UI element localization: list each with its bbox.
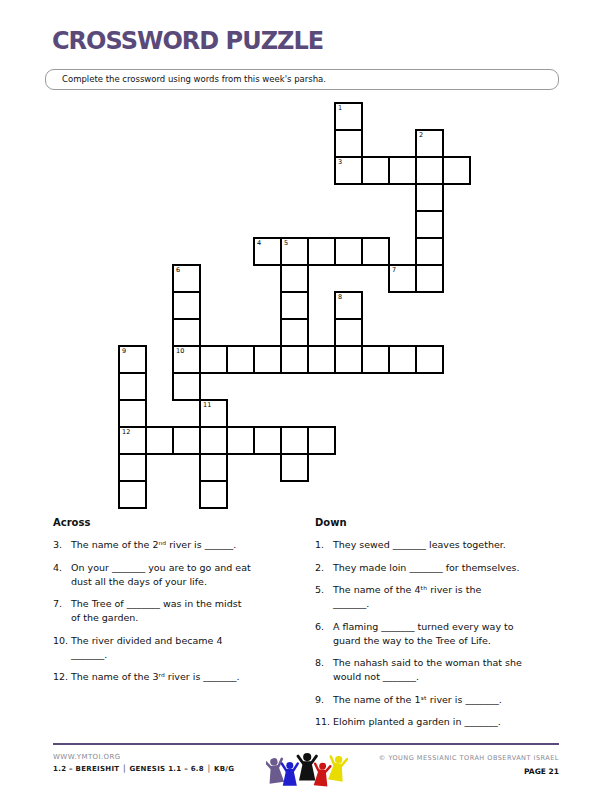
grid-cell-6-8[interactable] bbox=[280, 318, 309, 347]
clue-number: 10. bbox=[53, 634, 71, 662]
footer-left: WWW.YMTOI.ORG 1.2 – BEREISHIT │ GENESIS … bbox=[53, 753, 234, 773]
grid-cell-8-8[interactable] bbox=[334, 318, 363, 347]
grid-cell-11-5[interactable] bbox=[415, 237, 444, 266]
across-header: Across bbox=[53, 517, 308, 528]
grid-cell-11-9[interactable] bbox=[415, 345, 444, 374]
cell-number-2: 2 bbox=[419, 131, 423, 139]
clue-down-2: 2.They made loin _______ for themselves. bbox=[315, 561, 565, 575]
across-clues-section: Across 3.The name of the 2ⁿᵈ river is __… bbox=[53, 517, 308, 693]
dancer-figure-blue bbox=[282, 762, 298, 786]
copyright-text: © YOUNG MESSIANIC TORAH OBSERVANT ISRAEL bbox=[379, 754, 559, 762]
parsha-reference: 1.2 – BEREISHIT │ GENESIS 1.1 – 6.8 │ KB… bbox=[53, 765, 234, 773]
grid-cell-5-9[interactable] bbox=[253, 345, 282, 374]
dancer-figure-purple bbox=[266, 757, 285, 784]
grid-cell-9-2[interactable] bbox=[361, 156, 390, 185]
grid-cell-10-6[interactable]: 7 bbox=[388, 264, 417, 293]
grid-cell-2-7[interactable] bbox=[172, 291, 201, 320]
clue-text: On your _______ you are to go and eat du… bbox=[71, 561, 306, 589]
clue-text: The river divided and became 4 _______. bbox=[71, 634, 306, 662]
cell-number-10: 10 bbox=[176, 347, 184, 355]
dancer-figure-yellow bbox=[327, 755, 347, 782]
grid-cell-6-13[interactable] bbox=[280, 453, 309, 482]
clue-number: 2. bbox=[315, 561, 333, 575]
grid-cell-10-2[interactable] bbox=[388, 156, 417, 185]
cell-number-5: 5 bbox=[284, 239, 288, 247]
cell-number-4: 4 bbox=[257, 239, 261, 247]
grid-cell-3-9[interactable] bbox=[199, 345, 228, 374]
cell-number-6: 6 bbox=[176, 266, 180, 274]
clue-number: 8. bbox=[315, 656, 333, 684]
instruction-box: Complete the crossword using words from … bbox=[45, 69, 559, 90]
cell-number-7: 7 bbox=[392, 266, 396, 274]
grid-cell-5-5[interactable]: 4 bbox=[253, 237, 282, 266]
clue-number: 4. bbox=[53, 561, 71, 589]
grid-cell-8-2[interactable]: 3 bbox=[334, 156, 363, 185]
page-title: CROSSWORD PUZZLE bbox=[52, 27, 323, 55]
clue-down-11: 11.Elohim planted a garden in _______. bbox=[315, 715, 565, 729]
grid-cell-9-5[interactable] bbox=[361, 237, 390, 266]
clue-number: 9. bbox=[315, 693, 333, 707]
grid-cell-5-12[interactable] bbox=[253, 426, 282, 455]
page-number: PAGE 21 bbox=[379, 767, 559, 776]
clue-number: 7. bbox=[53, 597, 71, 625]
grid-cell-4-12[interactable] bbox=[226, 426, 255, 455]
grid-cell-2-10[interactable] bbox=[172, 372, 201, 401]
cell-number-8: 8 bbox=[338, 293, 342, 301]
ymtoi-logo-icon bbox=[266, 750, 348, 792]
cell-number-11: 11 bbox=[203, 401, 211, 409]
grid-cell-8-5[interactable] bbox=[334, 237, 363, 266]
grid-cell-10-9[interactable] bbox=[388, 345, 417, 374]
clue-text: Elohim planted a garden in _______. bbox=[333, 715, 565, 729]
clue-text: The name of the 4ᵗʰ river is the _______… bbox=[333, 583, 565, 611]
clue-text: The nahash said to the woman that she wo… bbox=[333, 656, 565, 684]
down-clue-list: 1.They sewed _______ leaves together.2.T… bbox=[315, 538, 565, 729]
clue-number: 1. bbox=[315, 538, 333, 552]
clue-text: A flaming _______ turned every way to gu… bbox=[333, 620, 565, 648]
grid-cell-6-12[interactable] bbox=[280, 426, 309, 455]
grid-cell-0-9[interactable]: 9 bbox=[118, 345, 147, 374]
grid-cell-2-9[interactable]: 10 bbox=[172, 345, 201, 374]
grid-cell-7-9[interactable] bbox=[307, 345, 336, 374]
grid-cell-3-13[interactable] bbox=[199, 453, 228, 482]
grid-cell-3-11[interactable]: 11 bbox=[199, 399, 228, 428]
worksheet-page: CROSSWORD PUZZLE Complete the crossword … bbox=[0, 0, 612, 792]
footer-divider bbox=[53, 743, 559, 745]
grid-cell-2-6[interactable]: 6 bbox=[172, 264, 201, 293]
grid-cell-11-6[interactable] bbox=[415, 264, 444, 293]
clue-across-7: 7.The Tree of _______ was in the midst o… bbox=[53, 597, 308, 625]
cell-number-12: 12 bbox=[122, 428, 130, 436]
clue-text: They made loin _______ for themselves. bbox=[333, 561, 565, 575]
grid-cell-11-2[interactable] bbox=[415, 156, 444, 185]
grid-cell-11-3[interactable] bbox=[415, 183, 444, 212]
clue-text: The name of the 1ˢᵗ river is _______. bbox=[333, 693, 565, 707]
grid-cell-8-9[interactable] bbox=[334, 345, 363, 374]
grid-cell-6-9[interactable] bbox=[280, 345, 309, 374]
cell-number-3: 3 bbox=[338, 158, 342, 166]
clue-text: They sewed _______ leaves together. bbox=[333, 538, 565, 552]
grid-cell-1-12[interactable] bbox=[145, 426, 174, 455]
grid-cell-9-9[interactable] bbox=[361, 345, 390, 374]
clue-text: The Tree of _______ was in the midst of … bbox=[71, 597, 306, 625]
cell-number-1: 1 bbox=[338, 104, 342, 112]
clue-number: 12. bbox=[53, 670, 71, 684]
clue-down-9: 9.The name of the 1ˢᵗ river is _______. bbox=[315, 693, 565, 707]
clue-across-10: 10.The river divided and became 4 ______… bbox=[53, 634, 308, 662]
clue-down-8: 8.The nahash said to the woman that she … bbox=[315, 656, 565, 684]
cell-number-9: 9 bbox=[122, 347, 126, 355]
grid-cell-0-14[interactable] bbox=[118, 480, 147, 509]
grid-cell-6-7[interactable] bbox=[280, 291, 309, 320]
clue-down-6: 6.A flaming _______ turned every way to … bbox=[315, 620, 565, 648]
clue-across-3: 3.The name of the 2ⁿᵈ river is ______. bbox=[53, 538, 308, 552]
grid-cell-7-12[interactable] bbox=[307, 426, 336, 455]
grid-cell-6-5[interactable]: 5 bbox=[280, 237, 309, 266]
clue-down-5: 5.The name of the 4ᵗʰ river is the _____… bbox=[315, 583, 565, 611]
grid-cell-6-6[interactable] bbox=[280, 264, 309, 293]
grid-cell-2-12[interactable] bbox=[172, 426, 201, 455]
grid-cell-8-1[interactable] bbox=[334, 129, 363, 158]
clue-number: 6. bbox=[315, 620, 333, 648]
grid-cell-11-1[interactable]: 2 bbox=[415, 129, 444, 158]
clue-across-4: 4.On your _______ you are to go and eat … bbox=[53, 561, 308, 589]
down-clues-section: Down 1.They sewed _______ leaves togethe… bbox=[315, 517, 565, 738]
clue-text: The name of the 2ⁿᵈ river is ______. bbox=[71, 538, 306, 552]
clue-down-1: 1.They sewed _______ leaves together. bbox=[315, 538, 565, 552]
crossword-grid: 123456789101112 bbox=[118, 102, 471, 509]
grid-cell-11-4[interactable] bbox=[415, 210, 444, 239]
clue-text: The name of the 3ʳᵈ river is _______. bbox=[71, 670, 306, 684]
grid-cell-0-11[interactable] bbox=[118, 399, 147, 428]
clue-across-12: 12.The name of the 3ʳᵈ river is _______. bbox=[53, 670, 308, 684]
clue-number: 3. bbox=[53, 538, 71, 552]
across-clue-list: 3.The name of the 2ⁿᵈ river is ______.4.… bbox=[53, 538, 308, 684]
clue-number: 11. bbox=[315, 715, 333, 729]
grid-cell-0-13[interactable] bbox=[118, 453, 147, 482]
grid-cell-0-10[interactable] bbox=[118, 372, 147, 401]
grid-cell-12-2[interactable] bbox=[442, 156, 471, 185]
grid-cell-0-12[interactable]: 12 bbox=[118, 426, 147, 455]
footer-right: © YOUNG MESSIANIC TORAH OBSERVANT ISRAEL… bbox=[379, 754, 559, 776]
grid-cell-3-12[interactable] bbox=[199, 426, 228, 455]
dancer-figure-black bbox=[298, 753, 316, 781]
instruction-text: Complete the crossword using words from … bbox=[62, 70, 326, 88]
clue-number: 5. bbox=[315, 583, 333, 611]
grid-cell-8-0[interactable]: 1 bbox=[334, 102, 363, 131]
grid-cell-7-5[interactable] bbox=[307, 237, 336, 266]
dancer-figure-red bbox=[313, 762, 331, 787]
grid-cell-3-14[interactable] bbox=[199, 480, 228, 509]
down-header: Down bbox=[315, 517, 565, 528]
grid-cell-2-8[interactable] bbox=[172, 318, 201, 347]
website-link[interactable]: WWW.YMTOI.ORG bbox=[53, 753, 234, 761]
grid-cell-8-7[interactable]: 8 bbox=[334, 291, 363, 320]
grid-cell-4-9[interactable] bbox=[226, 345, 255, 374]
